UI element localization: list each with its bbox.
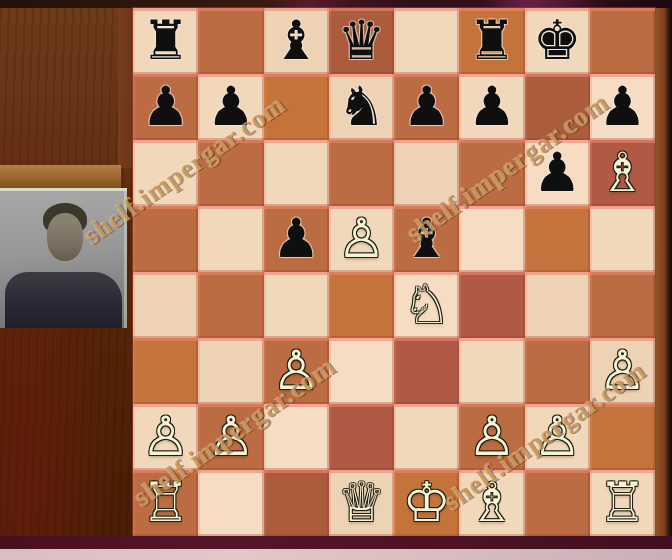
square-a8[interactable]: ♜: [133, 8, 198, 74]
square-a1[interactable]: ♖: [133, 470, 198, 536]
square-c4[interactable]: [264, 272, 329, 338]
square-h3[interactable]: ♙: [590, 338, 655, 404]
white-pawn-h3: ♙: [598, 338, 646, 404]
black-rook-f8: ♜: [468, 8, 516, 74]
chess-board: ♜♝♛♜♚♟♟♞♟♟♟♟♗♟♙♝♘♙♙♙♙♙♙♖♕♔♗♖: [133, 8, 655, 536]
square-g2[interactable]: ♙: [525, 404, 590, 470]
square-a2[interactable]: ♙: [133, 404, 198, 470]
square-h4[interactable]: [590, 272, 655, 338]
square-f8[interactable]: ♜: [459, 8, 524, 74]
white-rook-a1: ♖: [141, 470, 189, 536]
presenter-face: [47, 213, 83, 261]
presenter-webcam: [0, 188, 127, 328]
square-b1[interactable]: [198, 470, 263, 536]
square-b8[interactable]: [198, 8, 263, 74]
square-a7[interactable]: ♟: [133, 74, 198, 140]
square-c7[interactable]: [264, 74, 329, 140]
square-b2[interactable]: ♙: [198, 404, 263, 470]
square-g6[interactable]: ♟: [525, 140, 590, 206]
square-e7[interactable]: ♟: [394, 74, 459, 140]
square-d7[interactable]: ♞: [329, 74, 394, 140]
bottom-light-strip: [0, 549, 672, 560]
square-f3[interactable]: [459, 338, 524, 404]
square-g1[interactable]: [525, 470, 590, 536]
white-bishop-h6: ♗: [598, 140, 646, 206]
black-bishop-e5: ♝: [402, 206, 450, 272]
white-rook-h1: ♖: [598, 470, 646, 536]
video-frame[interactable]: ♜♝♛♜♚♟♟♞♟♟♟♟♗♟♙♝♘♙♙♙♙♙♙♖♕♔♗♖ shelf.imper…: [0, 0, 672, 560]
square-d5[interactable]: ♙: [329, 206, 394, 272]
square-a5[interactable]: [133, 206, 198, 272]
black-pawn-f7: ♟: [468, 74, 516, 140]
white-pawn-c3: ♙: [272, 338, 320, 404]
square-c1[interactable]: [264, 470, 329, 536]
square-h2[interactable]: [590, 404, 655, 470]
black-pawn-c5: ♟: [272, 206, 320, 272]
square-e4[interactable]: ♘: [394, 272, 459, 338]
square-f2[interactable]: ♙: [459, 404, 524, 470]
square-b4[interactable]: [198, 272, 263, 338]
square-d2[interactable]: [329, 404, 394, 470]
presenter-torso: [5, 272, 122, 328]
square-h1[interactable]: ♖: [590, 470, 655, 536]
square-a6[interactable]: [133, 140, 198, 206]
black-king-g8: ♚: [533, 8, 581, 74]
square-h7[interactable]: ♟: [590, 74, 655, 140]
square-e6[interactable]: [394, 140, 459, 206]
square-g3[interactable]: [525, 338, 590, 404]
square-b6[interactable]: [198, 140, 263, 206]
wood-panel-seam: [118, 8, 133, 168]
white-pawn-f2: ♙: [468, 404, 516, 470]
square-c5[interactable]: ♟: [264, 206, 329, 272]
square-f4[interactable]: [459, 272, 524, 338]
white-pawn-a2: ♙: [141, 404, 189, 470]
square-f6[interactable]: [459, 140, 524, 206]
letterbox-top: [0, 0, 672, 8]
square-d6[interactable]: [329, 140, 394, 206]
square-d4[interactable]: [329, 272, 394, 338]
black-pawn-a7: ♟: [141, 74, 189, 140]
white-knight-e4: ♘: [402, 272, 450, 338]
black-pawn-h7: ♟: [598, 74, 646, 140]
square-c6[interactable]: [264, 140, 329, 206]
square-e1[interactable]: ♔: [394, 470, 459, 536]
square-b3[interactable]: [198, 338, 263, 404]
square-d1[interactable]: ♕: [329, 470, 394, 536]
white-king-e1: ♔: [402, 470, 450, 536]
black-pawn-b7: ♟: [207, 74, 255, 140]
white-pawn-d5: ♙: [337, 206, 385, 272]
square-g5[interactable]: [525, 206, 590, 272]
black-pawn-g6: ♟: [533, 140, 581, 206]
square-h6[interactable]: ♗: [590, 140, 655, 206]
white-queen-d1: ♕: [337, 470, 385, 536]
black-queen-d8: ♛: [337, 8, 385, 74]
square-e8[interactable]: [394, 8, 459, 74]
square-c2[interactable]: [264, 404, 329, 470]
square-g4[interactable]: [525, 272, 590, 338]
letterbox-bottom: [0, 536, 672, 549]
square-f7[interactable]: ♟: [459, 74, 524, 140]
square-b7[interactable]: ♟: [198, 74, 263, 140]
square-d8[interactable]: ♛: [329, 8, 394, 74]
square-c8[interactable]: ♝: [264, 8, 329, 74]
square-h5[interactable]: [590, 206, 655, 272]
black-rook-a8: ♜: [141, 8, 189, 74]
square-a4[interactable]: [133, 272, 198, 338]
square-e5[interactable]: ♝: [394, 206, 459, 272]
white-pawn-g2: ♙: [533, 404, 581, 470]
square-f5[interactable]: [459, 206, 524, 272]
square-d3[interactable]: [329, 338, 394, 404]
black-knight-d7: ♞: [337, 74, 385, 140]
square-e3[interactable]: [394, 338, 459, 404]
white-pawn-b2: ♙: [207, 404, 255, 470]
white-bishop-f1: ♗: [468, 470, 516, 536]
square-g8[interactable]: ♚: [525, 8, 590, 74]
square-b5[interactable]: [198, 206, 263, 272]
square-h8[interactable]: [590, 8, 655, 74]
square-a3[interactable]: [133, 338, 198, 404]
square-g7[interactable]: [525, 74, 590, 140]
black-bishop-c8: ♝: [272, 8, 320, 74]
black-pawn-e7: ♟: [402, 74, 450, 140]
square-f1[interactable]: ♗: [459, 470, 524, 536]
square-e2[interactable]: [394, 404, 459, 470]
square-c3[interactable]: ♙: [264, 338, 329, 404]
wood-background-right: [655, 8, 672, 536]
wood-shelf-edge: [0, 165, 121, 189]
